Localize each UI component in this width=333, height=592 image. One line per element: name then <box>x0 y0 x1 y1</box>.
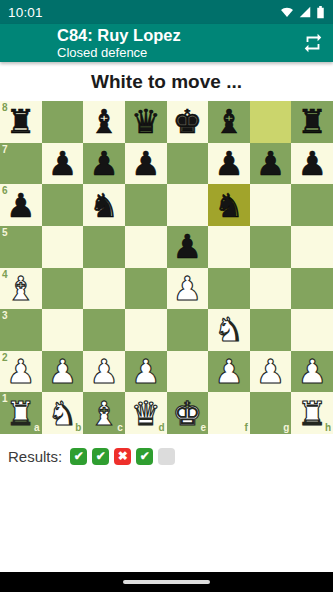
rank-label-8: 8 <box>2 103 8 113</box>
file-label-f: f <box>244 423 247 433</box>
square-c8[interactable]: ♝ <box>83 101 125 143</box>
square-h5[interactable] <box>291 226 333 268</box>
results-icons: ✔✔✖✔ <box>70 448 180 465</box>
square-f2[interactable]: ♟ <box>208 351 250 393</box>
piece-white-pawn: ♟ <box>89 351 119 392</box>
piece-black-pawn: ♟ <box>131 143 161 184</box>
square-a3[interactable]: 3 <box>0 309 42 351</box>
square-b5[interactable] <box>42 226 84 268</box>
piece-black-queen: ♛ <box>131 101 161 142</box>
result-4-correct: ✔ <box>136 448 153 465</box>
rank-label-2: 2 <box>2 353 8 363</box>
app-bar-titles: C84: Ruy Lopez Closed defence <box>57 26 181 60</box>
square-b3[interactable] <box>42 309 84 351</box>
file-label-a: a <box>34 423 40 433</box>
cell-signal-icon <box>298 5 312 19</box>
result-3-wrong: ✖ <box>114 448 131 465</box>
results-row: Results: ✔✔✖✔ <box>8 448 333 465</box>
square-e8[interactable]: ♚ <box>167 101 209 143</box>
square-h1[interactable]: ♜h <box>291 392 333 434</box>
piece-white-rook: ♜ <box>297 393 327 434</box>
square-h6[interactable] <box>291 184 333 226</box>
repeat-button[interactable] <box>293 24 333 62</box>
square-d3[interactable] <box>125 309 167 351</box>
square-h4[interactable] <box>291 268 333 310</box>
piece-black-bishop: ♝ <box>89 101 119 142</box>
piece-white-pawn: ♟ <box>6 351 36 392</box>
square-b7[interactable]: ♟ <box>42 143 84 185</box>
piece-white-knight: ♞ <box>48 393 78 434</box>
square-b6[interactable] <box>42 184 84 226</box>
square-d5[interactable] <box>125 226 167 268</box>
file-label-e: e <box>201 423 207 433</box>
square-g1[interactable]: g <box>250 392 292 434</box>
piece-black-pawn: ♟ <box>297 143 327 184</box>
square-b4[interactable] <box>42 268 84 310</box>
piece-white-bishop: ♝ <box>6 268 36 309</box>
rank-label-6: 6 <box>2 186 8 196</box>
square-f6[interactable]: ♞ <box>208 184 250 226</box>
piece-black-pawn: ♟ <box>6 185 36 226</box>
square-f1[interactable]: f <box>208 392 250 434</box>
piece-white-queen: ♛ <box>131 393 161 434</box>
square-e6[interactable] <box>167 184 209 226</box>
navigation-bar <box>0 572 333 592</box>
gesture-pill[interactable] <box>123 580 210 584</box>
file-label-g: g <box>283 423 289 433</box>
square-a4[interactable]: ♝4 <box>0 268 42 310</box>
piece-black-rook: ♜ <box>6 101 36 142</box>
square-d1[interactable]: ♛d <box>125 392 167 434</box>
piece-black-pawn: ♟ <box>48 143 78 184</box>
piece-white-bishop: ♝ <box>89 393 119 434</box>
piece-white-pawn: ♟ <box>256 351 286 392</box>
piece-black-pawn: ♟ <box>173 226 203 267</box>
piece-black-pawn: ♟ <box>256 143 286 184</box>
square-d6[interactable] <box>125 184 167 226</box>
square-f3[interactable]: ♞ <box>208 309 250 351</box>
square-c1[interactable]: ♝c <box>83 392 125 434</box>
square-e3[interactable] <box>167 309 209 351</box>
square-a5[interactable]: 5 <box>0 226 42 268</box>
square-c2[interactable]: ♟ <box>83 351 125 393</box>
battery-icon <box>316 5 325 19</box>
file-label-h: h <box>325 423 331 433</box>
chess-board: ♜8♝♛♚♝♜7♟♟♟♟♟♟♟6♞♞5♟♝4♟3♞♟2♟♟♟♟♟♟♜1a♞b♝c… <box>0 101 333 434</box>
square-c3[interactable] <box>83 309 125 351</box>
status-bar: 10:01 <box>0 0 333 24</box>
results-label: Results: <box>8 448 62 465</box>
result-5-pending <box>158 448 175 465</box>
square-e4[interactable]: ♟ <box>167 268 209 310</box>
opening-title: C84: Ruy Lopez <box>57 26 181 44</box>
rank-label-4: 4 <box>2 270 8 280</box>
square-g4[interactable] <box>250 268 292 310</box>
piece-white-pawn: ♟ <box>297 351 327 392</box>
piece-white-pawn: ♟ <box>214 351 244 392</box>
square-d7[interactable]: ♟ <box>125 143 167 185</box>
square-g3[interactable] <box>250 309 292 351</box>
app-bar: C84: Ruy Lopez Closed defence <box>0 24 333 62</box>
square-d4[interactable] <box>125 268 167 310</box>
square-g7[interactable]: ♟ <box>250 143 292 185</box>
square-a7[interactable]: 7 <box>0 143 42 185</box>
square-f8[interactable]: ♝ <box>208 101 250 143</box>
square-g5[interactable] <box>250 226 292 268</box>
move-prompt: White to move ... <box>0 62 333 101</box>
rank-label-7: 7 <box>2 145 8 155</box>
piece-white-king: ♚ <box>173 393 203 434</box>
square-g2[interactable]: ♟ <box>250 351 292 393</box>
piece-black-bishop: ♝ <box>214 101 244 142</box>
square-e7[interactable] <box>167 143 209 185</box>
piece-black-pawn: ♟ <box>214 143 244 184</box>
file-label-b: b <box>75 423 81 433</box>
square-g6[interactable] <box>250 184 292 226</box>
piece-black-rook: ♜ <box>297 101 327 142</box>
piece-white-pawn: ♟ <box>173 268 203 309</box>
square-g8[interactable] <box>250 101 292 143</box>
square-d8[interactable]: ♛ <box>125 101 167 143</box>
piece-white-pawn: ♟ <box>48 351 78 392</box>
piece-black-king: ♚ <box>173 101 203 142</box>
piece-white-rook: ♜ <box>6 393 36 434</box>
piece-black-knight: ♞ <box>214 185 244 226</box>
rank-label-3: 3 <box>2 311 8 321</box>
square-b8[interactable] <box>42 101 84 143</box>
square-b1[interactable]: ♞b <box>42 392 84 434</box>
square-a6[interactable]: ♟6 <box>0 184 42 226</box>
piece-black-knight: ♞ <box>89 185 119 226</box>
square-a8[interactable]: ♜8 <box>0 101 42 143</box>
piece-black-pawn: ♟ <box>89 143 119 184</box>
square-c7[interactable]: ♟ <box>83 143 125 185</box>
square-h7[interactable]: ♟ <box>291 143 333 185</box>
square-c6[interactable]: ♞ <box>83 184 125 226</box>
square-f7[interactable]: ♟ <box>208 143 250 185</box>
square-h3[interactable] <box>291 309 333 351</box>
square-a1[interactable]: ♜1a <box>0 392 42 434</box>
square-c4[interactable] <box>83 268 125 310</box>
square-b2[interactable]: ♟ <box>42 351 84 393</box>
square-e2[interactable] <box>167 351 209 393</box>
square-f5[interactable] <box>208 226 250 268</box>
file-label-d: d <box>158 423 164 433</box>
square-f4[interactable] <box>208 268 250 310</box>
result-2-correct: ✔ <box>92 448 109 465</box>
rank-label-1: 1 <box>2 394 8 404</box>
square-e5[interactable]: ♟ <box>167 226 209 268</box>
square-e1[interactable]: ♚e <box>167 392 209 434</box>
square-h2[interactable]: ♟ <box>291 351 333 393</box>
result-1-correct: ✔ <box>70 448 87 465</box>
opening-subtitle: Closed defence <box>57 46 181 60</box>
square-d2[interactable]: ♟ <box>125 351 167 393</box>
app-screen: 10:01 C84: Ruy Lopez Closed defence Whit… <box>0 0 333 592</box>
repeat-icon <box>302 32 324 54</box>
clock: 10:01 <box>8 5 43 20</box>
square-c5[interactable] <box>83 226 125 268</box>
piece-white-pawn: ♟ <box>131 351 161 392</box>
rank-label-5: 5 <box>2 228 8 238</box>
piece-white-knight: ♞ <box>214 309 244 350</box>
wifi-icon <box>280 5 294 19</box>
file-label-c: c <box>117 423 123 433</box>
square-a2[interactable]: ♟2 <box>0 351 42 393</box>
square-h8[interactable]: ♜ <box>291 101 333 143</box>
